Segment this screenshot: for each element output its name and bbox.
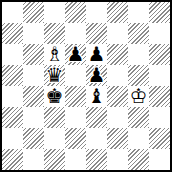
square-h7[interactable] [149,23,170,44]
square-c7[interactable] [44,23,65,44]
square-g2[interactable] [128,128,149,149]
square-a3[interactable] [2,107,23,128]
square-f6[interactable] [107,44,128,65]
square-g6[interactable] [128,44,149,65]
chess-board: ♝♗♟♟♛♟♚♝♚♔ [2,2,170,170]
square-g4[interactable]: ♚♔ [128,86,149,107]
square-e3[interactable] [86,107,107,128]
square-a6[interactable] [2,44,23,65]
square-b6[interactable] [23,44,44,65]
square-e7[interactable] [86,23,107,44]
square-e2[interactable] [86,128,107,149]
square-b4[interactable] [23,86,44,107]
square-c8[interactable] [44,2,65,23]
square-h6[interactable] [149,44,170,65]
white-king-g4: ♚♔ [128,86,149,107]
square-h3[interactable] [149,107,170,128]
square-d4[interactable] [65,86,86,107]
square-h2[interactable] [149,128,170,149]
square-f3[interactable] [107,107,128,128]
square-d1[interactable] [65,149,86,170]
square-a1[interactable] [2,149,23,170]
square-g3[interactable] [128,107,149,128]
square-b2[interactable] [23,128,44,149]
square-e4[interactable]: ♝ [86,86,107,107]
white-piece-outline: ♗ [44,44,65,65]
square-d7[interactable] [65,23,86,44]
square-g1[interactable] [128,149,149,170]
black-pawn-e6: ♟ [86,44,107,65]
square-h1[interactable] [149,149,170,170]
square-a7[interactable] [2,23,23,44]
white-bishop-c6: ♝♗ [44,44,65,65]
square-e1[interactable] [86,149,107,170]
black-piece-glyph: ♟ [86,44,107,65]
black-queen-c5: ♛ [44,65,65,86]
black-pawn-e5: ♟ [86,65,107,86]
black-king-c4: ♚ [44,86,65,107]
black-piece-glyph: ♛ [44,65,65,86]
black-pawn-d6: ♟ [65,44,86,65]
square-g5[interactable] [128,65,149,86]
square-f2[interactable] [107,128,128,149]
square-c2[interactable] [44,128,65,149]
square-c3[interactable] [44,107,65,128]
square-f4[interactable] [107,86,128,107]
square-c4[interactable]: ♚ [44,86,65,107]
square-d3[interactable] [65,107,86,128]
square-f7[interactable] [107,23,128,44]
square-e5[interactable]: ♟ [86,65,107,86]
black-piece-glyph: ♚ [44,86,65,107]
square-g8[interactable] [128,2,149,23]
square-b3[interactable] [23,107,44,128]
square-e8[interactable] [86,2,107,23]
square-d8[interactable] [65,2,86,23]
square-h5[interactable] [149,65,170,86]
square-f1[interactable] [107,149,128,170]
black-piece-glyph: ♟ [65,44,86,65]
black-bishop-e4: ♝ [86,86,107,107]
square-c1[interactable] [44,149,65,170]
square-c5[interactable]: ♛ [44,65,65,86]
square-c6[interactable]: ♝♗ [44,44,65,65]
square-d6[interactable]: ♟ [65,44,86,65]
square-b5[interactable] [23,65,44,86]
square-b1[interactable] [23,149,44,170]
square-h4[interactable] [149,86,170,107]
square-f8[interactable] [107,2,128,23]
square-a4[interactable] [2,86,23,107]
white-piece-outline: ♔ [128,86,149,107]
square-g7[interactable] [128,23,149,44]
square-f5[interactable] [107,65,128,86]
square-h8[interactable] [149,2,170,23]
square-d5[interactable] [65,65,86,86]
black-piece-glyph: ♝ [86,86,107,107]
square-e6[interactable]: ♟ [86,44,107,65]
square-b7[interactable] [23,23,44,44]
square-a5[interactable] [2,65,23,86]
square-a8[interactable] [2,2,23,23]
black-piece-glyph: ♟ [86,65,107,86]
square-a2[interactable] [2,128,23,149]
chess-diagram: ♝♗♟♟♛♟♚♝♚♔ [0,0,172,172]
square-b8[interactable] [23,2,44,23]
square-d2[interactable] [65,128,86,149]
